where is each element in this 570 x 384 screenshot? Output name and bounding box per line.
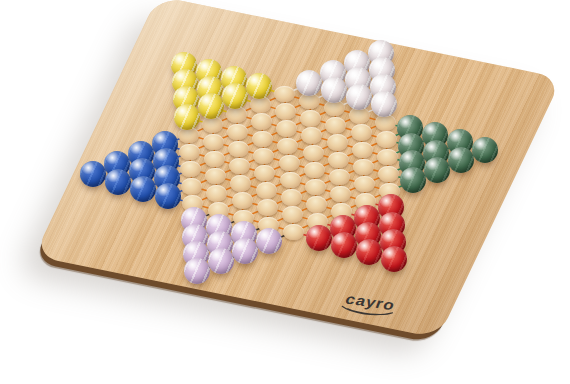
product-photo-scene: cayro: [0, 0, 570, 384]
marble-yellow[interactable]: [222, 83, 248, 109]
marble-red[interactable]: [306, 225, 332, 251]
marble-white-clear[interactable]: [321, 77, 347, 103]
marble-purple[interactable]: [232, 238, 258, 264]
marble-blue[interactable]: [105, 169, 131, 195]
marble-green[interactable]: [448, 147, 474, 173]
marble-yellow[interactable]: [198, 93, 224, 119]
marble-green[interactable]: [472, 137, 498, 163]
marble-purple[interactable]: [184, 258, 210, 284]
marble-purple[interactable]: [256, 228, 282, 254]
marble-yellow[interactable]: [246, 73, 272, 99]
marbles-layer: [0, 0, 570, 384]
marble-red[interactable]: [356, 239, 382, 265]
marble-green[interactable]: [424, 157, 450, 183]
marble-blue[interactable]: [80, 161, 106, 187]
marble-red[interactable]: [381, 246, 407, 272]
marble-red[interactable]: [331, 232, 357, 258]
marble-yellow[interactable]: [174, 104, 200, 130]
marble-blue[interactable]: [155, 183, 181, 209]
marble-blue[interactable]: [130, 176, 156, 202]
marble-white-clear[interactable]: [346, 84, 372, 110]
marble-white-clear[interactable]: [296, 70, 322, 96]
marble-green[interactable]: [400, 167, 426, 193]
marble-purple[interactable]: [208, 248, 234, 274]
marble-white-clear[interactable]: [371, 91, 397, 117]
